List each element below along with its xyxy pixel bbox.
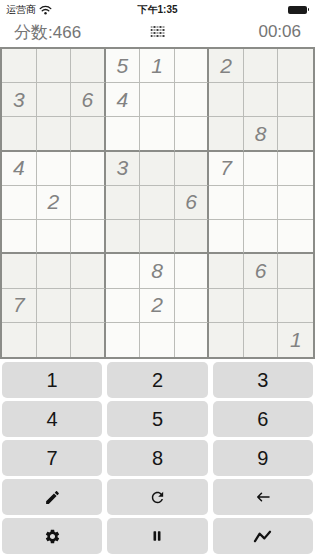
sudoku-cell-r6c1[interactable]	[2, 220, 37, 254]
sudoku-cell-r3c6[interactable]	[175, 117, 210, 151]
sudoku-cell-r3c1[interactable]	[2, 117, 37, 151]
gear-icon	[44, 528, 61, 545]
sudoku-cell-r4c1[interactable]: 4	[2, 152, 37, 186]
sudoku-cell-r8c2[interactable]	[37, 289, 72, 323]
restart-button[interactable]	[107, 479, 207, 515]
sudoku-cell-r8c7[interactable]	[209, 289, 244, 323]
sudoku-cell-r6c2[interactable]	[37, 220, 72, 254]
sudoku-cell-r1c9[interactable]	[278, 49, 313, 83]
sudoku-cell-r4c2[interactable]	[37, 152, 72, 186]
sudoku-cell-r2c8[interactable]	[244, 83, 279, 117]
keypad-button-4[interactable]: 4	[2, 401, 102, 437]
sudoku-cell-r4c6[interactable]	[175, 152, 210, 186]
sudoku-cell-r9c5[interactable]	[140, 323, 175, 357]
sudoku-cell-r4c8[interactable]	[244, 152, 279, 186]
sudoku-cell-r2c4[interactable]: 4	[106, 83, 141, 117]
sudoku-cell-r1c4[interactable]: 5	[106, 49, 141, 83]
stats-button[interactable]	[213, 518, 313, 554]
sudoku-cell-r5c5[interactable]	[140, 186, 175, 220]
sudoku-cell-r9c7[interactable]	[209, 323, 244, 357]
sudoku-cell-r2c2[interactable]	[37, 83, 72, 117]
pencil-button[interactable]	[2, 479, 102, 515]
sudoku-cell-r2c1[interactable]: 3	[2, 83, 37, 117]
sudoku-cell-r6c3[interactable]	[71, 220, 106, 254]
stats-zigzag-icon	[253, 529, 272, 544]
sudoku-cell-r6c9[interactable]	[278, 220, 313, 254]
sudoku-cell-r7c3[interactable]	[71, 254, 106, 288]
sudoku-cell-r9c4[interactable]	[106, 323, 141, 357]
sudoku-cell-r7c6[interactable]	[175, 254, 210, 288]
sudoku-cell-r5c6[interactable]: 6	[175, 186, 210, 220]
sudoku-cell-r6c4[interactable]	[106, 220, 141, 254]
sudoku-cell-r9c3[interactable]	[71, 323, 106, 357]
left-arrow-icon	[254, 488, 272, 506]
app-screen: 运营商 下午1:35 分数:466	[0, 0, 315, 560]
sudoku-cell-r9c1[interactable]	[2, 323, 37, 357]
sudoku-cell-r6c7[interactable]	[209, 220, 244, 254]
keypad-button-1[interactable]: 1	[2, 362, 102, 398]
sudoku-cell-r3c9[interactable]	[278, 117, 313, 151]
sudoku-cell-r3c2[interactable]	[37, 117, 72, 151]
sudoku-cell-r8c8[interactable]	[244, 289, 279, 323]
sudoku-board: 51236484372686721	[0, 47, 315, 359]
pause-icon	[150, 529, 164, 543]
sudoku-cell-r1c3[interactable]	[71, 49, 106, 83]
sudoku-cell-r2c7[interactable]	[209, 83, 244, 117]
sudoku-cell-r1c6[interactable]	[175, 49, 210, 83]
score-label: 分数:466	[14, 21, 81, 44]
keypad: 1 2 3 4 5 6 7 8 9	[0, 359, 315, 556]
sudoku-cell-r9c6[interactable]	[175, 323, 210, 357]
sudoku-cell-r4c4[interactable]: 3	[106, 152, 141, 186]
sudoku-cell-r1c5[interactable]: 1	[140, 49, 175, 83]
sudoku-cell-r2c6[interactable]	[175, 83, 210, 117]
sudoku-cell-r5c1[interactable]	[2, 186, 37, 220]
sudoku-cell-r3c4[interactable]	[106, 117, 141, 151]
sudoku-cell-r7c2[interactable]	[37, 254, 72, 288]
sudoku-cell-r8c9[interactable]	[278, 289, 313, 323]
battery-icon	[288, 6, 310, 14]
timer-label: 00:06	[258, 22, 301, 42]
sudoku-cell-r5c8[interactable]	[244, 186, 279, 220]
back-button[interactable]	[213, 479, 313, 515]
keypad-button-6[interactable]: 6	[213, 401, 313, 437]
sudoku-cell-r7c7[interactable]	[209, 254, 244, 288]
pause-button[interactable]	[107, 518, 207, 554]
sudoku-cell-r7c8[interactable]: 6	[244, 254, 279, 288]
sudoku-cell-r6c8[interactable]	[244, 220, 279, 254]
keypad-button-3[interactable]: 3	[213, 362, 313, 398]
sudoku-cell-r8c4[interactable]	[106, 289, 141, 323]
sudoku-cell-r4c9[interactable]	[278, 152, 313, 186]
sudoku-cell-r4c3[interactable]	[71, 152, 106, 186]
sudoku-cell-r9c2[interactable]	[37, 323, 72, 357]
pencil-icon	[44, 489, 61, 506]
sudoku-cell-r4c5[interactable]	[140, 152, 175, 186]
sudoku-cell-r3c7[interactable]	[209, 117, 244, 151]
sudoku-cell-r2c9[interactable]	[278, 83, 313, 117]
keypad-button-9[interactable]: 9	[213, 440, 313, 476]
keypad-button-5[interactable]: 5	[107, 401, 207, 437]
sudoku-cell-r6c5[interactable]	[140, 220, 175, 254]
sudoku-cell-r9c9[interactable]: 1	[278, 323, 313, 357]
sudoku-cell-r5c3[interactable]	[71, 186, 106, 220]
sudoku-cell-r5c7[interactable]	[209, 186, 244, 220]
sudoku-cell-r2c3[interactable]: 6	[71, 83, 106, 117]
keypad-button-7[interactable]: 7	[2, 440, 102, 476]
settings-button[interactable]	[2, 518, 102, 554]
sudoku-cell-r1c1[interactable]	[2, 49, 37, 83]
sudoku-cell-r1c8[interactable]	[244, 49, 279, 83]
refresh-icon	[149, 489, 166, 506]
sudoku-cell-r7c1[interactable]	[2, 254, 37, 288]
sudoku-cell-r8c1[interactable]: 7	[2, 289, 37, 323]
sudoku-cell-r8c3[interactable]	[71, 289, 106, 323]
sudoku-cell-r5c2[interactable]: 2	[37, 186, 72, 220]
sudoku-cell-r6c6[interactable]	[175, 220, 210, 254]
sudoku-cell-r5c4[interactable]	[106, 186, 141, 220]
sudoku-cell-r1c7[interactable]: 2	[209, 49, 244, 83]
sudoku-cell-r7c9[interactable]	[278, 254, 313, 288]
keypad-button-8[interactable]: 8	[107, 440, 207, 476]
sudoku-cell-r8c6[interactable]	[175, 289, 210, 323]
sudoku-cell-r3c3[interactable]	[71, 117, 106, 151]
sudoku-cell-r7c5[interactable]: 8	[140, 254, 175, 288]
sudoku-cell-r8c5[interactable]: 2	[140, 289, 175, 323]
sudoku-cell-r3c8[interactable]: 8	[244, 117, 279, 151]
sudoku-cell-r5c9[interactable]	[278, 186, 313, 220]
dot-grid-icon[interactable]	[150, 26, 165, 38]
keypad-button-2[interactable]: 2	[107, 362, 207, 398]
sudoku-cell-r7c4[interactable]	[106, 254, 141, 288]
status-bar: 运营商 下午1:35	[0, 0, 315, 17]
hud-bar: 分数:466 00:06	[0, 17, 315, 47]
sudoku-cell-r9c8[interactable]	[244, 323, 279, 357]
sudoku-cell-r2c5[interactable]	[140, 83, 175, 117]
status-time: 下午1:35	[0, 3, 315, 17]
sudoku-cell-r1c2[interactable]	[37, 49, 72, 83]
sudoku-cell-r3c5[interactable]	[140, 117, 175, 151]
sudoku-cell-r4c7[interactable]: 7	[209, 152, 244, 186]
